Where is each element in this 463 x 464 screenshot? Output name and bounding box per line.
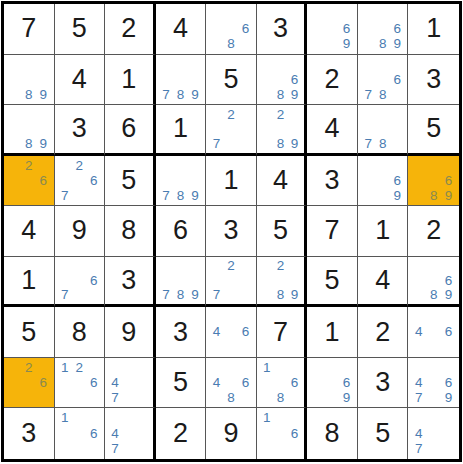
candidate-5 [426, 173, 441, 188]
candidate-4 [260, 426, 274, 442]
candidate-4: 4 [108, 426, 122, 442]
candidate-2 [72, 410, 87, 426]
cell-r6c4[interactable]: 789 [156, 257, 207, 308]
cell-r4c2[interactable]: 267 [55, 156, 106, 207]
candidate-7: 7 [361, 136, 376, 151]
cell-r3c3[interactable]: 6 [105, 105, 156, 156]
cell-r5c3[interactable]: 8 [105, 206, 156, 257]
candidate-7 [361, 36, 376, 51]
candidate-9: 9 [36, 136, 51, 151]
candidate-7 [209, 36, 224, 51]
candidate-6 [188, 72, 203, 87]
candidate-2 [274, 410, 288, 426]
candidates: 89 [4, 55, 54, 105]
cell-r1c7[interactable]: 69 [307, 4, 358, 55]
candidate-6 [441, 426, 456, 442]
candidate-7 [310, 390, 325, 405]
cell-r9c9[interactable]: 47 [408, 408, 459, 459]
cell-r7c2[interactable]: 8 [55, 307, 106, 358]
cell-r4c3[interactable]: 5 [105, 156, 156, 207]
candidate-8 [325, 36, 340, 51]
candidate-4 [159, 273, 174, 288]
candidate-6: 6 [441, 375, 456, 390]
candidate-1 [310, 360, 325, 375]
candidate-1 [361, 158, 376, 173]
candidate-6: 6 [339, 21, 354, 36]
cell-r8c5[interactable]: 468 [206, 358, 257, 409]
candidate-7: 7 [361, 87, 376, 102]
cell-r7c4[interactable]: 3 [156, 307, 207, 358]
cell-r7c5[interactable]: 46 [206, 307, 257, 358]
candidate-1 [7, 360, 22, 375]
cell-r7c3[interactable]: 9 [105, 307, 156, 358]
candidate-5 [375, 72, 390, 87]
cell-r3c4[interactable]: 1 [156, 105, 207, 156]
candidates: 69 [307, 4, 357, 54]
cell-r5c1[interactable]: 4 [4, 206, 55, 257]
candidate-4 [260, 375, 274, 390]
candidate-7 [260, 288, 274, 303]
candidates: 26 [4, 156, 54, 206]
candidate-9: 9 [287, 87, 301, 102]
candidate-7 [58, 441, 73, 457]
cell-r1c8[interactable]: 689 [358, 4, 409, 55]
candidate-9 [238, 340, 253, 355]
cell-r2c2[interactable]: 4 [55, 55, 106, 106]
candidate-6: 6 [87, 173, 102, 188]
candidate-9: 9 [441, 390, 456, 405]
candidate-2: 2 [274, 259, 288, 274]
candidate-6 [36, 122, 51, 137]
cell-r7c1[interactable]: 5 [4, 307, 55, 358]
cell-r5c4[interactable]: 6 [156, 206, 207, 257]
candidate-8 [325, 390, 340, 405]
candidates: 26 [4, 358, 54, 408]
cell-r5c9[interactable]: 2 [408, 206, 459, 257]
candidate-4 [7, 173, 22, 188]
candidate-3 [441, 259, 456, 274]
candidate-6: 6 [441, 273, 456, 288]
cell-r2c7[interactable]: 2 [307, 55, 358, 106]
candidate-7: 7 [58, 188, 73, 203]
candidate-8: 8 [426, 188, 441, 203]
candidate-4 [361, 122, 376, 137]
candidate-6 [287, 122, 301, 137]
cell-r8c1[interactable]: 26 [4, 358, 55, 409]
cell-value: 6 [173, 217, 188, 244]
candidates: 69 [307, 358, 357, 408]
candidate-3 [36, 57, 51, 72]
candidates: 27 [206, 105, 256, 153]
candidate-8: 8 [173, 188, 188, 203]
cell-value: 3 [273, 15, 288, 42]
candidate-1 [58, 259, 73, 274]
candidate-3 [287, 360, 301, 375]
candidate-9 [238, 36, 253, 51]
cell-r8c9[interactable]: 4679 [408, 358, 459, 409]
cell-r2c5[interactable]: 5 [206, 55, 257, 106]
cell-value: 5 [121, 167, 136, 194]
candidate-2 [274, 57, 288, 72]
candidate-3 [188, 259, 203, 274]
cell-r8c7[interactable]: 69 [307, 358, 358, 409]
candidates: 689 [408, 257, 459, 305]
candidate-7: 7 [108, 390, 122, 405]
candidate-1: 1 [260, 410, 274, 426]
candidate-7: 7 [411, 390, 426, 405]
candidate-1 [209, 309, 224, 324]
cell-r7c8[interactable]: 2 [358, 307, 409, 358]
candidate-1 [361, 57, 376, 72]
cell-value: 1 [173, 115, 188, 142]
cell-r2c9[interactable]: 3 [408, 55, 459, 106]
cell-r4c4[interactable]: 789 [156, 156, 207, 207]
cell-value: 7 [325, 217, 340, 244]
candidate-1 [108, 360, 122, 375]
candidate-2 [375, 107, 390, 122]
candidate-2 [274, 360, 288, 375]
cell-value: 9 [121, 319, 136, 346]
candidate-7 [7, 87, 22, 102]
cell-r9c2[interactable]: 16 [55, 408, 106, 459]
candidate-4 [260, 273, 274, 288]
cell-r6c5[interactable]: 27 [206, 257, 257, 308]
candidate-4: 4 [411, 426, 426, 442]
candidate-1 [7, 57, 22, 72]
candidate-5 [325, 21, 340, 36]
candidate-7 [7, 136, 22, 151]
candidate-5 [325, 375, 340, 390]
candidate-8 [22, 188, 37, 203]
cell-value: 1 [426, 15, 441, 42]
candidate-7 [411, 188, 426, 203]
candidate-7: 7 [108, 441, 122, 457]
cell-value: 1 [223, 167, 238, 194]
candidate-6: 6 [87, 375, 102, 390]
candidate-1 [411, 360, 426, 375]
candidate-2 [426, 259, 441, 274]
cell-r2c4[interactable]: 789 [156, 55, 207, 106]
candidate-3 [390, 57, 405, 72]
candidate-5 [375, 173, 390, 188]
cell-r9c7[interactable]: 8 [307, 408, 358, 459]
cell-value: 3 [325, 167, 340, 194]
candidate-5 [426, 375, 441, 390]
candidate-8: 8 [274, 390, 288, 405]
candidate-3 [441, 158, 456, 173]
cell-value: 5 [21, 319, 36, 346]
candidate-1: 1 [58, 360, 73, 375]
candidate-3 [136, 410, 150, 426]
candidate-1 [260, 57, 274, 72]
candidate-4 [159, 173, 174, 188]
cell-r8c4[interactable]: 5 [156, 358, 207, 409]
candidate-2 [173, 158, 188, 173]
cell-r3c5[interactable]: 27 [206, 105, 257, 156]
cell-r3c8[interactable]: 78 [358, 105, 409, 156]
cell-value: 1 [121, 66, 136, 93]
candidate-3 [339, 6, 354, 21]
cell-r8c2[interactable]: 126 [55, 358, 106, 409]
candidate-7 [411, 340, 426, 355]
candidate-7: 7 [159, 188, 174, 203]
candidate-8 [426, 441, 441, 457]
cell-value: 5 [173, 369, 188, 396]
candidate-6: 6 [287, 375, 301, 390]
candidate-5 [375, 122, 390, 137]
candidate-2: 2 [274, 107, 288, 122]
candidate-2 [22, 107, 37, 122]
candidate-3 [36, 360, 51, 375]
cell-r3c7[interactable]: 4 [307, 105, 358, 156]
candidate-5 [426, 273, 441, 288]
candidate-9: 9 [287, 136, 301, 151]
cell-r8c6[interactable]: 168 [257, 358, 308, 409]
candidate-3 [441, 360, 456, 375]
candidate-8 [72, 188, 87, 203]
candidate-2 [426, 360, 441, 375]
cell-r1c3[interactable]: 2 [105, 4, 156, 55]
candidate-9: 9 [390, 36, 405, 51]
cell-r9c4[interactable]: 2 [156, 408, 207, 459]
candidate-1 [411, 309, 426, 324]
candidate-9: 9 [188, 288, 203, 303]
cell-r2c8[interactable]: 678 [358, 55, 409, 106]
cell-r3c6[interactable]: 289 [257, 105, 308, 156]
candidates: 47 [105, 408, 153, 459]
candidate-6 [136, 426, 150, 442]
cell-r6c9[interactable]: 689 [408, 257, 459, 308]
candidates: 689 [257, 55, 305, 105]
candidate-2: 2 [72, 360, 87, 375]
candidate-7 [310, 36, 325, 51]
candidates: 267 [55, 156, 105, 206]
candidate-6: 6 [87, 273, 102, 288]
candidates: 67 [55, 257, 105, 305]
cell-r1c1[interactable]: 7 [4, 4, 55, 55]
candidate-6: 6 [441, 173, 456, 188]
candidate-5 [22, 72, 37, 87]
candidate-9: 9 [339, 390, 354, 405]
cell-r5c2[interactable]: 9 [55, 206, 106, 257]
candidate-1 [7, 107, 22, 122]
cell-value: 4 [273, 167, 288, 194]
cell-r7c7[interactable]: 1 [307, 307, 358, 358]
cell-value: 4 [72, 66, 87, 93]
candidate-4 [58, 273, 73, 288]
cell-r5c8[interactable]: 1 [358, 206, 409, 257]
cell-r5c6[interactable]: 5 [257, 206, 308, 257]
cell-r4c9[interactable]: 689 [408, 156, 459, 207]
candidate-2 [426, 158, 441, 173]
candidate-3 [87, 158, 102, 173]
candidate-8 [224, 288, 239, 303]
cell-r4c1[interactable]: 26 [4, 156, 55, 207]
candidate-8 [72, 390, 87, 405]
candidate-5 [274, 122, 288, 137]
cell-r4c5[interactable]: 1 [206, 156, 257, 207]
cell-r2c3[interactable]: 1 [105, 55, 156, 106]
candidate-9 [87, 188, 102, 203]
candidate-8: 8 [173, 288, 188, 303]
candidate-5 [72, 375, 87, 390]
candidate-5 [22, 375, 37, 390]
candidate-2 [72, 259, 87, 274]
candidate-5 [426, 426, 441, 442]
cell-r3c9[interactable]: 5 [408, 105, 459, 156]
candidates: 468 [206, 358, 256, 408]
cell-r4c6[interactable]: 4 [257, 156, 308, 207]
candidate-4: 4 [209, 375, 224, 390]
candidate-6 [238, 273, 253, 288]
sudoku-board: 7524683696891894178956892678389361272894… [1, 1, 462, 462]
cell-r5c7[interactable]: 7 [307, 206, 358, 257]
cell-value: 2 [173, 420, 188, 447]
cell-r1c4[interactable]: 4 [156, 4, 207, 55]
candidate-1 [411, 410, 426, 426]
candidate-4 [310, 21, 325, 36]
candidate-9: 9 [188, 87, 203, 102]
candidate-4: 4 [411, 325, 426, 340]
cell-r9c6[interactable]: 16 [257, 408, 308, 459]
cell-r9c3[interactable]: 47 [105, 408, 156, 459]
candidate-6 [390, 122, 405, 137]
cell-value: 8 [72, 319, 87, 346]
candidate-2 [224, 309, 239, 324]
candidate-4 [7, 72, 22, 87]
candidate-9 [238, 288, 253, 303]
candidate-4: 4 [411, 375, 426, 390]
candidates: 16 [55, 408, 105, 459]
cell-r6c3[interactable]: 3 [105, 257, 156, 308]
cell-r9c1[interactable]: 3 [4, 408, 55, 459]
candidate-4 [209, 122, 224, 137]
candidate-5 [122, 375, 136, 390]
cell-r3c1[interactable]: 89 [4, 105, 55, 156]
cell-r7c6[interactable]: 7 [257, 307, 308, 358]
candidate-4 [361, 72, 376, 87]
candidate-7: 7 [209, 136, 224, 151]
cell-value: 4 [21, 217, 36, 244]
candidate-2 [22, 57, 37, 72]
candidate-3 [390, 158, 405, 173]
candidate-1 [361, 107, 376, 122]
candidate-9: 9 [36, 87, 51, 102]
candidate-7 [7, 390, 22, 405]
candidates: 69 [358, 156, 408, 206]
candidate-2: 2 [22, 158, 37, 173]
cell-r2c1[interactable]: 89 [4, 55, 55, 106]
cell-r6c6[interactable]: 289 [257, 257, 308, 308]
candidate-6: 6 [339, 375, 354, 390]
candidates: 47 [408, 408, 459, 459]
candidate-3 [287, 410, 301, 426]
cell-r7c9[interactable]: 46 [408, 307, 459, 358]
candidate-1 [361, 6, 376, 21]
candidate-5 [72, 273, 87, 288]
cell-r6c1[interactable]: 1 [4, 257, 55, 308]
candidate-7: 7 [209, 288, 224, 303]
candidates: 689 [358, 4, 408, 54]
cell-value: 7 [273, 319, 288, 346]
candidate-2 [375, 158, 390, 173]
cell-value: 1 [325, 319, 340, 346]
candidates: 16 [257, 408, 305, 459]
candidate-1: 1 [260, 360, 274, 375]
cell-r4c7[interactable]: 3 [307, 156, 358, 207]
candidate-2 [375, 6, 390, 21]
cell-r1c6[interactable]: 3 [257, 4, 308, 55]
cell-r2c6[interactable]: 689 [257, 55, 308, 106]
cell-r8c8[interactable]: 3 [358, 358, 409, 409]
cell-r1c9[interactable]: 1 [408, 4, 459, 55]
cell-r9c8[interactable]: 5 [358, 408, 409, 459]
candidate-1: 1 [58, 410, 73, 426]
candidate-9 [87, 441, 102, 457]
cell-r3c2[interactable]: 3 [55, 105, 106, 156]
candidates: 689 [408, 156, 459, 206]
candidates: 68 [206, 4, 256, 54]
cell-r1c2[interactable]: 5 [55, 4, 106, 55]
cell-r9c5[interactable]: 9 [206, 408, 257, 459]
candidate-8: 8 [22, 136, 37, 151]
cell-r6c7[interactable]: 5 [307, 257, 358, 308]
candidate-4 [7, 122, 22, 137]
candidate-4 [411, 173, 426, 188]
cell-r8c3[interactable]: 47 [105, 358, 156, 409]
candidates: 789 [156, 156, 206, 206]
candidate-9 [238, 136, 253, 151]
candidate-8 [122, 441, 136, 457]
candidate-9 [287, 441, 301, 457]
cell-r4c8[interactable]: 69 [358, 156, 409, 207]
candidate-1 [58, 158, 73, 173]
cell-r6c2[interactable]: 67 [55, 257, 106, 308]
candidates: 47 [105, 358, 153, 408]
cell-value: 3 [375, 369, 390, 396]
candidate-5 [274, 375, 288, 390]
candidate-8 [22, 390, 37, 405]
candidate-8: 8 [375, 136, 390, 151]
candidate-7 [260, 441, 274, 457]
candidates: 126 [55, 358, 105, 408]
candidate-7: 7 [159, 288, 174, 303]
candidate-2 [173, 57, 188, 72]
candidate-3 [238, 259, 253, 274]
cell-r1c5[interactable]: 68 [206, 4, 257, 55]
candidate-8: 8 [426, 288, 441, 303]
candidate-8 [224, 340, 239, 355]
cell-r6c8[interactable]: 4 [358, 257, 409, 308]
candidate-3 [238, 107, 253, 122]
candidate-3 [441, 410, 456, 426]
candidate-3 [287, 259, 301, 274]
candidate-6: 6 [238, 21, 253, 36]
candidate-2 [122, 360, 136, 375]
candidate-8: 8 [375, 36, 390, 51]
cell-value: 3 [173, 319, 188, 346]
candidate-6: 6 [287, 72, 301, 87]
candidate-5 [173, 273, 188, 288]
candidate-4 [260, 122, 274, 137]
candidate-7 [7, 188, 22, 203]
cell-r5c5[interactable]: 3 [206, 206, 257, 257]
candidate-9 [287, 390, 301, 405]
candidate-6 [238, 122, 253, 137]
candidate-9 [136, 441, 150, 457]
candidate-4 [58, 375, 73, 390]
candidate-1 [209, 6, 224, 21]
